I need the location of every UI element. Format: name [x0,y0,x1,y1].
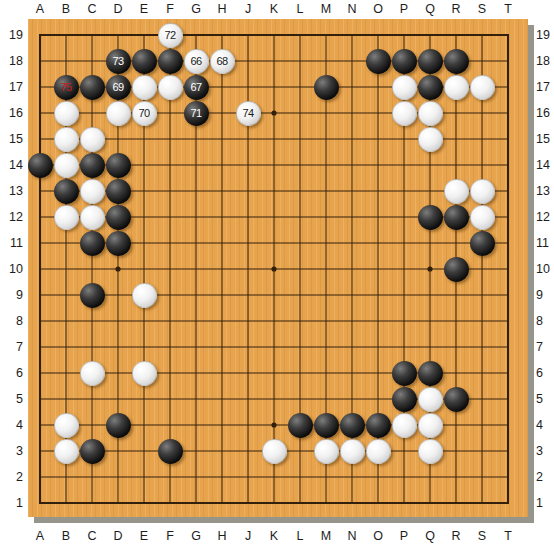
point-L13[interactable] [287,178,313,204]
point-J2[interactable] [235,464,261,490]
point-T7[interactable] [495,334,521,360]
point-A17[interactable] [27,74,53,100]
point-T13[interactable] [495,178,521,204]
point-O19[interactable] [365,22,391,48]
point-A11[interactable] [27,230,53,256]
point-L10[interactable] [287,256,313,282]
point-L5[interactable] [287,386,313,412]
point-M18[interactable] [313,48,339,74]
point-B6[interactable] [53,360,79,386]
point-K4[interactable] [261,412,287,438]
point-H17[interactable] [209,74,235,100]
point-L14[interactable] [287,152,313,178]
point-S7[interactable] [469,334,495,360]
point-D8[interactable] [105,308,131,334]
point-H9[interactable] [209,282,235,308]
point-B19[interactable] [53,22,79,48]
point-J4[interactable] [235,412,261,438]
point-F1[interactable] [157,490,183,516]
point-E9[interactable] [131,282,157,308]
point-F4[interactable] [157,412,183,438]
point-G6[interactable] [183,360,209,386]
point-C18[interactable] [79,48,105,74]
point-L18[interactable] [287,48,313,74]
point-J17[interactable] [235,74,261,100]
point-G4[interactable] [183,412,209,438]
point-F17[interactable] [157,74,183,100]
point-D6[interactable] [105,360,131,386]
point-F13[interactable] [157,178,183,204]
point-O3[interactable] [365,438,391,464]
point-B15[interactable] [53,126,79,152]
point-P11[interactable] [391,230,417,256]
point-G2[interactable] [183,464,209,490]
point-T12[interactable] [495,204,521,230]
point-F11[interactable] [157,230,183,256]
point-H16[interactable] [209,100,235,126]
point-K5[interactable] [261,386,287,412]
point-C19[interactable] [79,22,105,48]
point-E6[interactable] [131,360,157,386]
point-Q15[interactable] [417,126,443,152]
point-M5[interactable] [313,386,339,412]
point-R18[interactable] [443,48,469,74]
point-S9[interactable] [469,282,495,308]
point-H7[interactable] [209,334,235,360]
point-H5[interactable] [209,386,235,412]
point-H19[interactable] [209,22,235,48]
point-S10[interactable] [469,256,495,282]
point-S12[interactable] [469,204,495,230]
point-K1[interactable] [261,490,287,516]
point-A12[interactable] [27,204,53,230]
point-M3[interactable] [313,438,339,464]
point-M11[interactable] [313,230,339,256]
point-O16[interactable] [365,100,391,126]
point-A18[interactable] [27,48,53,74]
point-L1[interactable] [287,490,313,516]
point-B7[interactable] [53,334,79,360]
point-Q16[interactable] [417,100,443,126]
point-G10[interactable] [183,256,209,282]
point-H12[interactable] [209,204,235,230]
point-J9[interactable] [235,282,261,308]
point-K9[interactable] [261,282,287,308]
point-R15[interactable] [443,126,469,152]
point-J3[interactable] [235,438,261,464]
point-O7[interactable] [365,334,391,360]
point-O18[interactable] [365,48,391,74]
point-L9[interactable] [287,282,313,308]
point-S19[interactable] [469,22,495,48]
point-R13[interactable] [443,178,469,204]
point-N5[interactable] [339,386,365,412]
point-T3[interactable] [495,438,521,464]
point-R1[interactable] [443,490,469,516]
point-C6[interactable] [79,360,105,386]
point-N11[interactable] [339,230,365,256]
point-E19[interactable] [131,22,157,48]
point-Q12[interactable] [417,204,443,230]
point-B8[interactable] [53,308,79,334]
point-O5[interactable] [365,386,391,412]
point-D9[interactable] [105,282,131,308]
point-A9[interactable] [27,282,53,308]
point-N1[interactable] [339,490,365,516]
point-Q1[interactable] [417,490,443,516]
point-L7[interactable] [287,334,313,360]
point-F14[interactable] [157,152,183,178]
point-T11[interactable] [495,230,521,256]
point-D18[interactable]: 73 [105,48,131,74]
point-J18[interactable] [235,48,261,74]
point-H1[interactable] [209,490,235,516]
point-A3[interactable] [27,438,53,464]
point-B16[interactable] [53,100,79,126]
point-C13[interactable] [79,178,105,204]
point-L3[interactable] [287,438,313,464]
point-L4[interactable] [287,412,313,438]
point-R2[interactable] [443,464,469,490]
point-K13[interactable] [261,178,287,204]
point-F6[interactable] [157,360,183,386]
point-D11[interactable] [105,230,131,256]
point-D1[interactable] [105,490,131,516]
point-P9[interactable] [391,282,417,308]
point-N3[interactable] [339,438,365,464]
point-D17[interactable]: 69 [105,74,131,100]
point-B3[interactable] [53,438,79,464]
point-F5[interactable] [157,386,183,412]
point-N17[interactable] [339,74,365,100]
point-K2[interactable] [261,464,287,490]
point-D3[interactable] [105,438,131,464]
point-B14[interactable] [53,152,79,178]
point-J11[interactable] [235,230,261,256]
point-H11[interactable] [209,230,235,256]
point-P7[interactable] [391,334,417,360]
point-B10[interactable] [53,256,79,282]
point-E12[interactable] [131,204,157,230]
point-K3[interactable] [261,438,287,464]
point-H6[interactable] [209,360,235,386]
point-S4[interactable] [469,412,495,438]
point-G8[interactable] [183,308,209,334]
point-D2[interactable] [105,464,131,490]
point-G1[interactable] [183,490,209,516]
point-Q11[interactable] [417,230,443,256]
point-T14[interactable] [495,152,521,178]
point-E7[interactable] [131,334,157,360]
point-D14[interactable] [105,152,131,178]
point-K11[interactable] [261,230,287,256]
point-G18[interactable]: 66 [183,48,209,74]
point-H14[interactable] [209,152,235,178]
point-Q5[interactable] [417,386,443,412]
point-T8[interactable] [495,308,521,334]
point-O15[interactable] [365,126,391,152]
point-Q3[interactable] [417,438,443,464]
point-P8[interactable] [391,308,417,334]
point-E4[interactable] [131,412,157,438]
point-E17[interactable] [131,74,157,100]
point-B9[interactable] [53,282,79,308]
point-G5[interactable] [183,386,209,412]
point-B2[interactable] [53,464,79,490]
point-C3[interactable] [79,438,105,464]
point-O12[interactable] [365,204,391,230]
point-F10[interactable] [157,256,183,282]
point-A6[interactable] [27,360,53,386]
point-C10[interactable] [79,256,105,282]
point-A8[interactable] [27,308,53,334]
point-D15[interactable] [105,126,131,152]
point-P2[interactable] [391,464,417,490]
point-E18[interactable] [131,48,157,74]
point-Q2[interactable] [417,464,443,490]
point-M1[interactable] [313,490,339,516]
point-F18[interactable] [157,48,183,74]
point-C7[interactable] [79,334,105,360]
point-T16[interactable] [495,100,521,126]
point-Q6[interactable] [417,360,443,386]
point-Q10[interactable] [417,256,443,282]
point-K10[interactable] [261,256,287,282]
point-J14[interactable] [235,152,261,178]
point-K16[interactable] [261,100,287,126]
point-P3[interactable] [391,438,417,464]
point-F3[interactable] [157,438,183,464]
point-F16[interactable] [157,100,183,126]
point-M14[interactable] [313,152,339,178]
point-S6[interactable] [469,360,495,386]
point-J6[interactable] [235,360,261,386]
point-H10[interactable] [209,256,235,282]
point-E11[interactable] [131,230,157,256]
point-T9[interactable] [495,282,521,308]
point-Q4[interactable] [417,412,443,438]
point-D10[interactable] [105,256,131,282]
point-R16[interactable] [443,100,469,126]
point-K19[interactable] [261,22,287,48]
point-T5[interactable] [495,386,521,412]
point-J16[interactable]: 74 [235,100,261,126]
point-F7[interactable] [157,334,183,360]
point-B12[interactable] [53,204,79,230]
point-B18[interactable] [53,48,79,74]
point-R9[interactable] [443,282,469,308]
point-E2[interactable] [131,464,157,490]
point-K12[interactable] [261,204,287,230]
point-O1[interactable] [365,490,391,516]
point-N10[interactable] [339,256,365,282]
point-A10[interactable] [27,256,53,282]
point-J13[interactable] [235,178,261,204]
point-H8[interactable] [209,308,235,334]
point-C5[interactable] [79,386,105,412]
point-N7[interactable] [339,334,365,360]
point-C4[interactable] [79,412,105,438]
point-S11[interactable] [469,230,495,256]
point-M17[interactable] [313,74,339,100]
point-L8[interactable] [287,308,313,334]
point-G7[interactable] [183,334,209,360]
point-R14[interactable] [443,152,469,178]
point-A5[interactable] [27,386,53,412]
point-G15[interactable] [183,126,209,152]
point-D7[interactable] [105,334,131,360]
point-C12[interactable] [79,204,105,230]
point-Q7[interactable] [417,334,443,360]
point-O6[interactable] [365,360,391,386]
point-Q14[interactable] [417,152,443,178]
point-R6[interactable] [443,360,469,386]
point-R19[interactable] [443,22,469,48]
point-R17[interactable] [443,74,469,100]
point-R12[interactable] [443,204,469,230]
point-N2[interactable] [339,464,365,490]
point-P17[interactable] [391,74,417,100]
point-H2[interactable] [209,464,235,490]
point-F12[interactable] [157,204,183,230]
point-C11[interactable] [79,230,105,256]
point-P12[interactable] [391,204,417,230]
point-R8[interactable] [443,308,469,334]
point-K18[interactable] [261,48,287,74]
point-C8[interactable] [79,308,105,334]
point-F15[interactable] [157,126,183,152]
point-A19[interactable] [27,22,53,48]
point-R5[interactable] [443,386,469,412]
point-L12[interactable] [287,204,313,230]
point-T15[interactable] [495,126,521,152]
point-P6[interactable] [391,360,417,386]
point-A15[interactable] [27,126,53,152]
point-M4[interactable] [313,412,339,438]
point-P4[interactable] [391,412,417,438]
point-D13[interactable] [105,178,131,204]
point-Q18[interactable] [417,48,443,74]
point-H13[interactable] [209,178,235,204]
point-D5[interactable] [105,386,131,412]
point-G16[interactable]: 71 [183,100,209,126]
point-J15[interactable] [235,126,261,152]
point-L16[interactable] [287,100,313,126]
point-N14[interactable] [339,152,365,178]
point-L2[interactable] [287,464,313,490]
point-E1[interactable] [131,490,157,516]
point-G17[interactable]: 67 [183,74,209,100]
point-A14[interactable] [27,152,53,178]
point-J8[interactable] [235,308,261,334]
point-A7[interactable] [27,334,53,360]
point-K7[interactable] [261,334,287,360]
point-Q9[interactable] [417,282,443,308]
point-S14[interactable] [469,152,495,178]
point-S2[interactable] [469,464,495,490]
point-J5[interactable] [235,386,261,412]
point-K6[interactable] [261,360,287,386]
point-N18[interactable] [339,48,365,74]
point-T1[interactable] [495,490,521,516]
point-M12[interactable] [313,204,339,230]
point-S5[interactable] [469,386,495,412]
point-N12[interactable] [339,204,365,230]
point-B11[interactable] [53,230,79,256]
point-G11[interactable] [183,230,209,256]
point-S18[interactable] [469,48,495,74]
point-C2[interactable] [79,464,105,490]
point-T6[interactable] [495,360,521,386]
point-F8[interactable] [157,308,183,334]
point-P10[interactable] [391,256,417,282]
point-S1[interactable] [469,490,495,516]
point-M10[interactable] [313,256,339,282]
point-H4[interactable] [209,412,235,438]
point-O17[interactable] [365,74,391,100]
point-S8[interactable] [469,308,495,334]
point-M2[interactable] [313,464,339,490]
point-P16[interactable] [391,100,417,126]
point-N4[interactable] [339,412,365,438]
point-A1[interactable] [27,490,53,516]
point-P5[interactable] [391,386,417,412]
point-E15[interactable] [131,126,157,152]
point-O14[interactable] [365,152,391,178]
point-A13[interactable] [27,178,53,204]
point-O10[interactable] [365,256,391,282]
point-H15[interactable] [209,126,235,152]
point-A4[interactable] [27,412,53,438]
point-G13[interactable] [183,178,209,204]
point-Q13[interactable] [417,178,443,204]
point-M16[interactable] [313,100,339,126]
point-T10[interactable] [495,256,521,282]
point-R7[interactable] [443,334,469,360]
point-K17[interactable] [261,74,287,100]
point-N8[interactable] [339,308,365,334]
point-M8[interactable] [313,308,339,334]
point-S3[interactable] [469,438,495,464]
point-B13[interactable] [53,178,79,204]
point-J1[interactable] [235,490,261,516]
point-L15[interactable] [287,126,313,152]
point-S15[interactable] [469,126,495,152]
point-K8[interactable] [261,308,287,334]
point-C15[interactable] [79,126,105,152]
point-E5[interactable] [131,386,157,412]
point-B5[interactable] [53,386,79,412]
point-M6[interactable] [313,360,339,386]
point-M13[interactable] [313,178,339,204]
point-J12[interactable] [235,204,261,230]
point-R10[interactable] [443,256,469,282]
point-P19[interactable] [391,22,417,48]
point-N19[interactable] [339,22,365,48]
point-C16[interactable] [79,100,105,126]
point-D12[interactable] [105,204,131,230]
point-O9[interactable] [365,282,391,308]
point-E16[interactable]: 70 [131,100,157,126]
point-C14[interactable] [79,152,105,178]
point-E8[interactable] [131,308,157,334]
point-R11[interactable] [443,230,469,256]
point-F9[interactable] [157,282,183,308]
point-O2[interactable] [365,464,391,490]
point-P1[interactable] [391,490,417,516]
point-S17[interactable] [469,74,495,100]
point-T19[interactable] [495,22,521,48]
